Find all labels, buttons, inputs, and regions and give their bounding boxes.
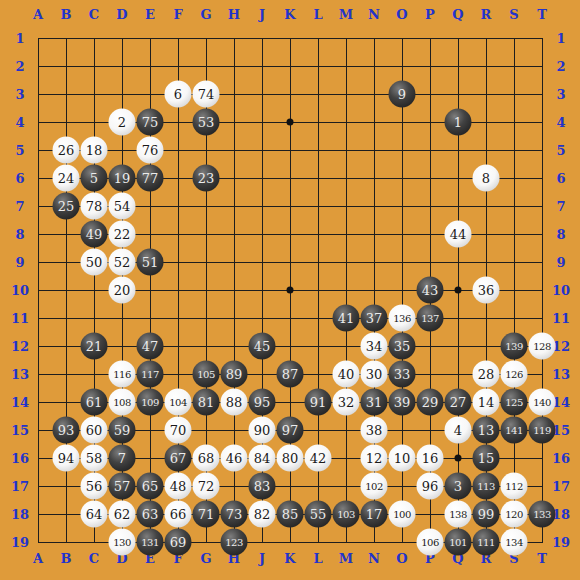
move-number: 119: [533, 425, 551, 435]
move-number: 63: [142, 508, 159, 521]
stone-R16-black[interactable]: 15: [473, 445, 500, 472]
stone-J18-white[interactable]: 82: [249, 501, 276, 528]
move-number: 84: [254, 452, 271, 465]
stone-J14-black[interactable]: 95: [249, 389, 276, 416]
move-number: 25: [58, 200, 75, 213]
move-number: 71: [198, 508, 215, 521]
coord-label-top: N: [368, 7, 380, 22]
coord-label-bottom: T: [537, 551, 547, 566]
coord-label-top: R: [481, 7, 492, 22]
move-number: 126: [505, 369, 523, 379]
coord-label-bottom: K: [284, 551, 295, 566]
stone-E13-black[interactable]: 117: [137, 361, 164, 388]
stone-M18-black[interactable]: 103: [333, 501, 360, 528]
stone-D4-white[interactable]: 2: [109, 109, 136, 136]
move-number: 69: [170, 536, 187, 549]
move-number: 41: [338, 312, 355, 325]
move-number: 21: [86, 340, 103, 353]
stone-Q4-black[interactable]: 1: [445, 109, 472, 136]
stone-O13-black[interactable]: 33: [389, 361, 416, 388]
move-number: 93: [58, 424, 75, 437]
stone-G16-white[interactable]: 68: [193, 445, 220, 472]
move-number: 15: [478, 452, 495, 465]
move-number: 85: [282, 508, 299, 521]
stone-R6-white[interactable]: 8: [473, 165, 500, 192]
move-number: 128: [533, 341, 551, 351]
stone-M13-white[interactable]: 40: [333, 361, 360, 388]
stone-E12-black[interactable]: 47: [137, 333, 164, 360]
move-number: 23: [198, 172, 215, 185]
move-number: 8: [482, 172, 490, 185]
stone-C18-white[interactable]: 64: [81, 501, 108, 528]
stone-O11-white[interactable]: 136: [389, 305, 416, 332]
stone-R19-black[interactable]: 111: [473, 529, 500, 556]
stone-C16-white[interactable]: 58: [81, 445, 108, 472]
stone-K16-white[interactable]: 80: [277, 445, 304, 472]
stone-T12-white[interactable]: 128: [529, 333, 556, 360]
stone-M11-black[interactable]: 41: [333, 305, 360, 332]
stone-D7-white[interactable]: 54: [109, 193, 136, 220]
stone-E5-white[interactable]: 76: [137, 137, 164, 164]
move-number: 53: [198, 116, 215, 129]
move-number: 33: [394, 368, 411, 381]
stone-D15-black[interactable]: 59: [109, 417, 136, 444]
coord-label-right: 17: [552, 479, 570, 494]
coord-label-left: 18: [11, 507, 29, 522]
stone-K18-black[interactable]: 85: [277, 501, 304, 528]
stone-N15-white[interactable]: 38: [361, 417, 388, 444]
move-number: 29: [422, 396, 439, 409]
move-number: 76: [142, 144, 159, 157]
move-number: 111: [477, 537, 495, 547]
move-number: 80: [282, 452, 299, 465]
move-number: 140: [533, 397, 551, 407]
coord-label-right: 11: [552, 311, 570, 326]
stone-K15-black[interactable]: 97: [277, 417, 304, 444]
stone-C5-white[interactable]: 18: [81, 137, 108, 164]
stone-B16-white[interactable]: 94: [53, 445, 80, 472]
stone-D13-white[interactable]: 116: [109, 361, 136, 388]
move-number: 106: [421, 537, 439, 547]
move-number: 3: [454, 480, 462, 493]
stone-S13-white[interactable]: 126: [501, 361, 528, 388]
stone-Q17-black[interactable]: 3: [445, 473, 472, 500]
move-number: 103: [337, 509, 355, 519]
coord-label-top: K: [284, 7, 295, 22]
move-number: 108: [113, 397, 131, 407]
stone-Q19-black[interactable]: 101: [445, 529, 472, 556]
move-number: 24: [58, 172, 75, 185]
stone-D16-black[interactable]: 7: [109, 445, 136, 472]
stone-R15-black[interactable]: 13: [473, 417, 500, 444]
move-number: 60: [86, 424, 103, 437]
move-number: 32: [338, 396, 355, 409]
move-number: 54: [114, 200, 131, 213]
stone-H16-white[interactable]: 46: [221, 445, 248, 472]
stone-C9-white[interactable]: 50: [81, 249, 108, 276]
move-number: 67: [170, 452, 187, 465]
coord-label-bottom: A: [33, 551, 43, 566]
stone-B6-white[interactable]: 24: [53, 165, 80, 192]
stone-C8-black[interactable]: 49: [81, 221, 108, 248]
move-number: 137: [421, 313, 439, 323]
stone-E17-black[interactable]: 65: [137, 473, 164, 500]
stone-F18-white[interactable]: 66: [165, 501, 192, 528]
move-number: 56: [86, 480, 103, 493]
coord-label-left: 3: [15, 87, 24, 102]
move-number: 117: [141, 369, 159, 379]
coord-label-left: 4: [15, 115, 24, 130]
move-number: 4: [454, 424, 462, 437]
coord-label-top: E: [145, 7, 155, 22]
move-number: 58: [86, 452, 103, 465]
stone-T14-white[interactable]: 140: [529, 389, 556, 416]
coord-label-top: H: [228, 7, 240, 22]
grid-line: [38, 346, 543, 347]
stone-B15-black[interactable]: 93: [53, 417, 80, 444]
coord-label-top: J: [259, 7, 265, 22]
move-number: 75: [142, 116, 159, 129]
grid-line: [346, 38, 347, 543]
coord-label-bottom: M: [339, 551, 353, 566]
stone-D19-white[interactable]: 130: [109, 529, 136, 556]
coord-label-bottom: B: [61, 551, 72, 566]
coord-label-left: 2: [15, 59, 24, 74]
stone-Q8-white[interactable]: 44: [445, 221, 472, 248]
move-number: 34: [366, 340, 383, 353]
coord-label-top: D: [116, 7, 127, 22]
move-number: 5: [90, 172, 98, 185]
stone-R10-white[interactable]: 36: [473, 277, 500, 304]
stone-D8-white[interactable]: 22: [109, 221, 136, 248]
stone-F3-white[interactable]: 6: [165, 81, 192, 108]
move-number: 12: [366, 452, 383, 465]
move-number: 37: [366, 312, 383, 325]
coord-label-left: 16: [11, 451, 29, 466]
stone-P14-black[interactable]: 29: [417, 389, 444, 416]
move-number: 16: [422, 452, 439, 465]
stone-B5-white[interactable]: 26: [53, 137, 80, 164]
coord-label-top: S: [509, 7, 518, 22]
star-point: [455, 287, 462, 294]
move-number: 43: [422, 284, 439, 297]
move-number: 51: [142, 256, 159, 269]
coord-label-bottom: C: [89, 551, 99, 566]
move-number: 116: [113, 369, 131, 379]
go-board[interactable]: AABBCCDDEEFFGGHHJJKKLLMMNNOOPPQQRRSSTT11…: [0, 0, 580, 580]
move-number: 82: [254, 508, 271, 521]
move-number: 104: [169, 397, 187, 407]
stone-G18-black[interactable]: 71: [193, 501, 220, 528]
stone-F19-black[interactable]: 69: [165, 529, 192, 556]
move-number: 95: [254, 396, 271, 409]
coord-label-left: 13: [11, 367, 29, 382]
coord-label-right: 16: [552, 451, 570, 466]
move-number: 102: [365, 481, 383, 491]
coord-label-left: 6: [15, 171, 24, 186]
coord-label-right: 4: [556, 115, 565, 130]
stone-N17-white[interactable]: 102: [361, 473, 388, 500]
coord-label-right: 6: [556, 171, 565, 186]
coord-label-left: 5: [15, 143, 24, 158]
coord-label-top: O: [396, 7, 407, 22]
stone-C7-white[interactable]: 78: [81, 193, 108, 220]
coord-label-left: 15: [11, 423, 29, 438]
stone-G6-black[interactable]: 23: [193, 165, 220, 192]
move-number: 123: [225, 537, 243, 547]
coord-label-right: 1: [556, 31, 565, 46]
coord-label-left: 9: [15, 255, 24, 270]
coord-label-right: 13: [552, 367, 570, 382]
move-number: 39: [394, 396, 411, 409]
go-diagram: AABBCCDDEEFFGGHHJJKKLLMMNNOOPPQQRRSSTT11…: [0, 0, 580, 580]
stone-G3-white[interactable]: 74: [193, 81, 220, 108]
coord-label-bottom: O: [396, 551, 407, 566]
coord-label-left: 8: [15, 227, 24, 242]
move-number: 36: [478, 284, 495, 297]
stone-D17-black[interactable]: 57: [109, 473, 136, 500]
stone-N11-black[interactable]: 37: [361, 305, 388, 332]
move-number: 109: [141, 397, 159, 407]
stone-K13-black[interactable]: 87: [277, 361, 304, 388]
stone-E4-black[interactable]: 75: [137, 109, 164, 136]
stone-T18-black[interactable]: 133: [529, 501, 556, 528]
coord-label-right: 2: [556, 59, 565, 74]
move-number: 17: [366, 508, 383, 521]
move-number: 40: [338, 368, 355, 381]
stone-O3-black[interactable]: 9: [389, 81, 416, 108]
stone-Q18-white[interactable]: 138: [445, 501, 472, 528]
stone-S15-black[interactable]: 141: [501, 417, 528, 444]
stone-C14-black[interactable]: 61: [81, 389, 108, 416]
move-number: 68: [198, 452, 215, 465]
star-point: [287, 287, 294, 294]
stone-P11-black[interactable]: 137: [417, 305, 444, 332]
stone-F16-black[interactable]: 67: [165, 445, 192, 472]
move-number: 100: [393, 509, 411, 519]
stone-F17-white[interactable]: 48: [165, 473, 192, 500]
stone-H13-black[interactable]: 89: [221, 361, 248, 388]
move-number: 1: [454, 116, 462, 129]
move-number: 73: [226, 508, 243, 521]
move-number: 22: [114, 228, 131, 241]
star-point: [455, 455, 462, 462]
coord-label-left: 1: [15, 31, 24, 46]
stone-F14-white[interactable]: 104: [165, 389, 192, 416]
stone-E9-black[interactable]: 51: [137, 249, 164, 276]
coord-label-left: 14: [11, 395, 29, 410]
stone-E18-black[interactable]: 63: [137, 501, 164, 528]
move-number: 50: [86, 256, 103, 269]
stone-N14-black[interactable]: 31: [361, 389, 388, 416]
move-number: 96: [422, 480, 439, 493]
move-number: 131: [141, 537, 159, 547]
move-number: 133: [533, 509, 551, 519]
stone-E6-black[interactable]: 77: [137, 165, 164, 192]
stone-L14-black[interactable]: 91: [305, 389, 332, 416]
move-number: 6: [174, 88, 182, 101]
move-number: 47: [142, 340, 159, 353]
stone-L16-white[interactable]: 42: [305, 445, 332, 472]
coord-label-right: 8: [556, 227, 565, 242]
stone-O14-black[interactable]: 39: [389, 389, 416, 416]
move-number: 13: [478, 424, 495, 437]
move-number: 99: [478, 508, 495, 521]
move-number: 27: [450, 396, 467, 409]
move-number: 64: [86, 508, 103, 521]
move-number: 38: [366, 424, 383, 437]
move-number: 52: [114, 256, 131, 269]
coord-label-top: C: [89, 7, 99, 22]
stone-H18-black[interactable]: 73: [221, 501, 248, 528]
move-number: 113: [477, 481, 495, 491]
move-number: 112: [505, 481, 523, 491]
stone-C12-black[interactable]: 21: [81, 333, 108, 360]
stone-P16-white[interactable]: 16: [417, 445, 444, 472]
move-number: 89: [226, 368, 243, 381]
move-number: 45: [254, 340, 271, 353]
move-number: 105: [197, 369, 215, 379]
coord-label-right: 9: [556, 255, 565, 270]
coord-label-right: 5: [556, 143, 565, 158]
move-number: 139: [505, 341, 523, 351]
stone-R18-black[interactable]: 99: [473, 501, 500, 528]
move-number: 57: [114, 480, 131, 493]
move-number: 46: [226, 452, 243, 465]
coord-label-top: L: [313, 7, 322, 22]
stone-E14-black[interactable]: 109: [137, 389, 164, 416]
stone-T15-black[interactable]: 119: [529, 417, 556, 444]
stone-N13-white[interactable]: 30: [361, 361, 388, 388]
stone-G14-black[interactable]: 81: [193, 389, 220, 416]
stone-G17-white[interactable]: 72: [193, 473, 220, 500]
stone-S19-white[interactable]: 134: [501, 529, 528, 556]
stone-J12-black[interactable]: 45: [249, 333, 276, 360]
stone-Q14-black[interactable]: 27: [445, 389, 472, 416]
grid-line: [38, 318, 543, 319]
coord-label-top: A: [33, 7, 43, 22]
move-number: 136: [393, 313, 411, 323]
move-number: 65: [142, 480, 159, 493]
move-number: 28: [478, 368, 495, 381]
coord-label-left: 10: [11, 283, 29, 298]
stone-R17-black[interactable]: 113: [473, 473, 500, 500]
stone-B7-black[interactable]: 25: [53, 193, 80, 220]
stone-N12-white[interactable]: 34: [361, 333, 388, 360]
coord-label-top: M: [339, 7, 353, 22]
move-number: 130: [113, 537, 131, 547]
coord-label-bottom: G: [200, 551, 211, 566]
stone-S18-white[interactable]: 120: [501, 501, 528, 528]
move-number: 42: [310, 452, 327, 465]
coord-label-top: F: [173, 7, 182, 22]
stone-Q15-white[interactable]: 4: [445, 417, 472, 444]
move-number: 101: [449, 537, 467, 547]
coord-label-bottom: N: [368, 551, 380, 566]
stone-P10-black[interactable]: 43: [417, 277, 444, 304]
move-number: 66: [170, 508, 187, 521]
stone-S17-white[interactable]: 112: [501, 473, 528, 500]
stone-J15-white[interactable]: 90: [249, 417, 276, 444]
stone-J16-white[interactable]: 84: [249, 445, 276, 472]
stone-N18-black[interactable]: 17: [361, 501, 388, 528]
grid-line: [514, 38, 515, 543]
move-number: 91: [310, 396, 327, 409]
stone-P19-white[interactable]: 106: [417, 529, 444, 556]
stone-M14-white[interactable]: 32: [333, 389, 360, 416]
move-number: 88: [226, 396, 243, 409]
stone-S14-black[interactable]: 125: [501, 389, 528, 416]
stone-D18-white[interactable]: 62: [109, 501, 136, 528]
stone-D6-black[interactable]: 19: [109, 165, 136, 192]
stone-S12-black[interactable]: 139: [501, 333, 528, 360]
move-number: 81: [198, 396, 215, 409]
stone-J17-black[interactable]: 83: [249, 473, 276, 500]
coord-label-left: 12: [11, 339, 29, 354]
stone-R13-white[interactable]: 28: [473, 361, 500, 388]
stone-O16-white[interactable]: 10: [389, 445, 416, 472]
move-number: 14: [478, 396, 495, 409]
move-number: 26: [58, 144, 75, 157]
star-point: [287, 119, 294, 126]
stone-D10-white[interactable]: 20: [109, 277, 136, 304]
move-number: 48: [170, 480, 187, 493]
stone-H14-white[interactable]: 88: [221, 389, 248, 416]
stone-C15-white[interactable]: 60: [81, 417, 108, 444]
coord-label-top: Q: [452, 7, 463, 22]
move-number: 138: [449, 509, 467, 519]
stone-E19-black[interactable]: 131: [137, 529, 164, 556]
stone-C17-white[interactable]: 56: [81, 473, 108, 500]
move-number: 19: [114, 172, 131, 185]
move-number: 55: [310, 508, 327, 521]
stone-G4-black[interactable]: 53: [193, 109, 220, 136]
move-number: 94: [58, 452, 75, 465]
stone-L18-black[interactable]: 55: [305, 501, 332, 528]
stone-P17-white[interactable]: 96: [417, 473, 444, 500]
move-number: 120: [505, 509, 523, 519]
move-number: 30: [366, 368, 383, 381]
move-number: 141: [505, 425, 523, 435]
coord-label-left: 11: [11, 311, 29, 326]
stone-C6-black[interactable]: 5: [81, 165, 108, 192]
coord-label-bottom: L: [313, 551, 322, 566]
coord-label-right: 10: [552, 283, 570, 298]
stone-D14-white[interactable]: 108: [109, 389, 136, 416]
move-number: 9: [398, 88, 406, 101]
move-number: 59: [114, 424, 131, 437]
stone-R14-white[interactable]: 14: [473, 389, 500, 416]
stone-O12-black[interactable]: 35: [389, 333, 416, 360]
move-number: 61: [86, 396, 103, 409]
coord-label-left: 17: [11, 479, 29, 494]
move-number: 35: [394, 340, 411, 353]
stone-O18-white[interactable]: 100: [389, 501, 416, 528]
coord-label-top: B: [61, 7, 72, 22]
stone-N16-white[interactable]: 12: [361, 445, 388, 472]
stone-G13-black[interactable]: 105: [193, 361, 220, 388]
grid-line: [542, 38, 543, 543]
stone-H19-black[interactable]: 123: [221, 529, 248, 556]
move-number: 18: [86, 144, 103, 157]
stone-F15-white[interactable]: 70: [165, 417, 192, 444]
coord-label-right: 7: [556, 199, 565, 214]
move-number: 87: [282, 368, 299, 381]
coord-label-bottom: J: [259, 551, 265, 566]
move-number: 134: [505, 537, 523, 547]
stone-D9-white[interactable]: 52: [109, 249, 136, 276]
move-number: 62: [114, 508, 131, 521]
